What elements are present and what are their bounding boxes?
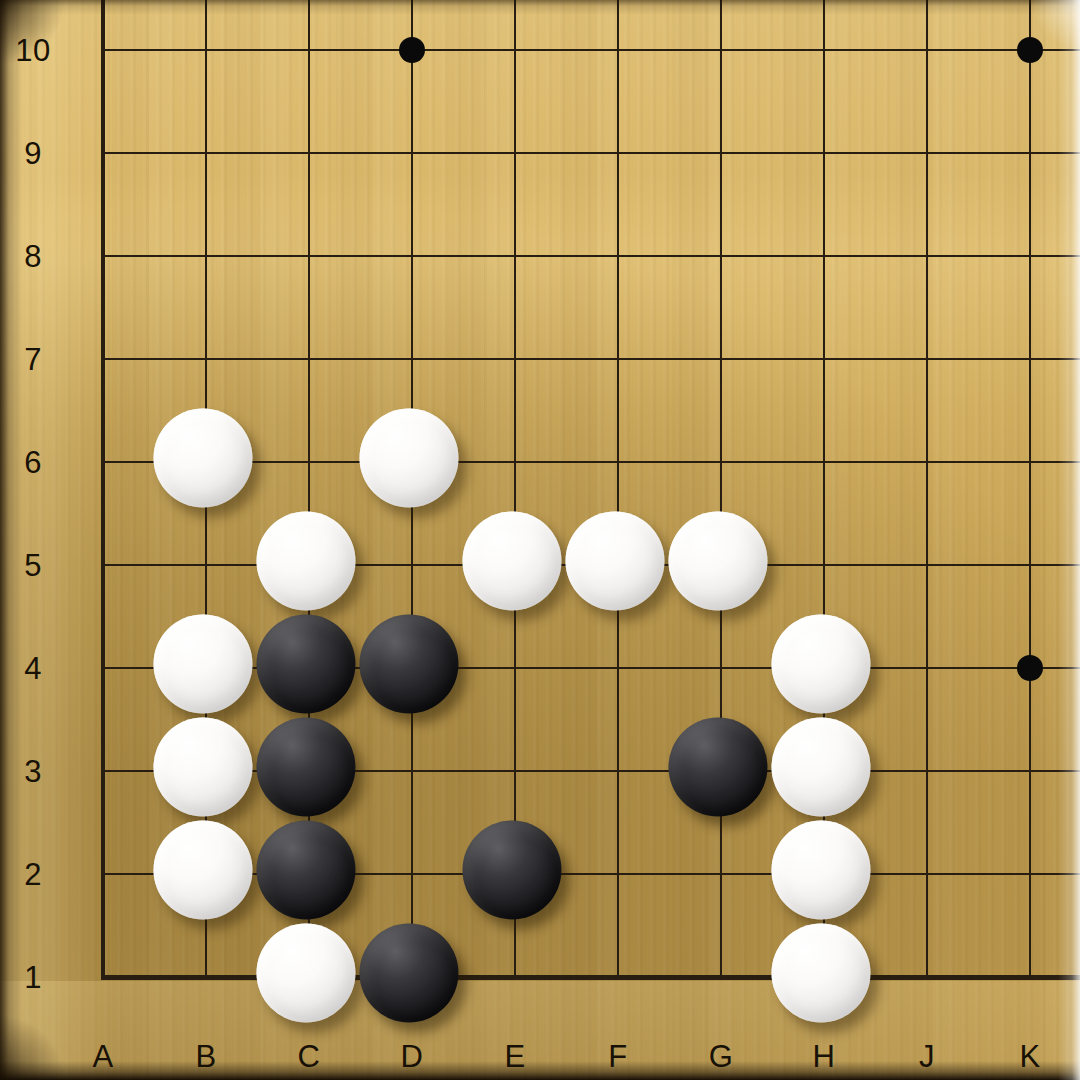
col-label-A: A: [92, 1041, 113, 1072]
grid-line-h-8: [101, 255, 1080, 257]
col-label-H: H: [813, 1041, 836, 1072]
stone-white-F5[interactable]: [566, 512, 665, 611]
grid-line-v-A: [101, 0, 105, 980]
row-label-6: 6: [24, 447, 42, 478]
stone-white-G5[interactable]: [669, 512, 768, 611]
stone-white-D6[interactable]: [360, 409, 459, 508]
col-label-B: B: [195, 1041, 216, 1072]
bottom-label-margin: [0, 981, 1080, 1080]
stone-black-E2[interactable]: [463, 821, 562, 920]
row-label-10: 10: [15, 35, 50, 66]
row-label-7: 7: [24, 344, 42, 375]
stone-black-C4[interactable]: [257, 615, 356, 714]
grid-line-v-J: [926, 0, 928, 980]
row-label-8: 8: [24, 241, 42, 272]
stone-white-B2[interactable]: [154, 821, 253, 920]
stone-white-B3[interactable]: [154, 718, 253, 817]
grid-line-h-9: [101, 152, 1080, 154]
left-label-margin: [0, 0, 103, 1080]
grid-line-v-F: [617, 0, 619, 980]
col-label-C: C: [298, 1041, 321, 1072]
stone-white-B4[interactable]: [154, 615, 253, 714]
grid-line-h-7: [101, 358, 1080, 360]
stone-black-C3[interactable]: [257, 718, 356, 817]
go-board[interactable]: 10987654321ABCDEFGHJK: [0, 0, 1080, 1080]
col-label-D: D: [401, 1041, 424, 1072]
stone-black-C2[interactable]: [257, 821, 356, 920]
row-label-2: 2: [24, 859, 42, 890]
row-label-5: 5: [24, 550, 42, 581]
stone-white-B6[interactable]: [154, 409, 253, 508]
stone-white-H2[interactable]: [772, 821, 871, 920]
col-label-J: J: [919, 1041, 935, 1072]
grid-line-v-G: [720, 0, 722, 980]
stone-white-E5[interactable]: [463, 512, 562, 611]
col-label-F: F: [608, 1041, 627, 1072]
row-label-3: 3: [24, 756, 42, 787]
col-label-E: E: [504, 1041, 525, 1072]
stone-white-H4[interactable]: [772, 615, 871, 714]
grid-line-h-10: [101, 49, 1080, 51]
stone-black-G3[interactable]: [669, 718, 768, 817]
col-label-G: G: [709, 1041, 734, 1072]
star-point-D10: [399, 37, 425, 63]
stone-black-D1[interactable]: [360, 924, 459, 1023]
row-label-4: 4: [24, 653, 42, 684]
stone-white-C5[interactable]: [257, 512, 356, 611]
col-label-K: K: [1019, 1041, 1040, 1072]
row-label-1: 1: [24, 962, 42, 993]
stone-black-D4[interactable]: [360, 615, 459, 714]
row-label-9: 9: [24, 138, 42, 169]
stone-white-H1[interactable]: [772, 924, 871, 1023]
grid-line-h-1: [101, 975, 1080, 980]
stone-white-C1[interactable]: [257, 924, 356, 1023]
star-point-K4: [1017, 655, 1043, 681]
star-point-K10: [1017, 37, 1043, 63]
stone-white-H3[interactable]: [772, 718, 871, 817]
grid-line-v-K: [1029, 0, 1031, 980]
